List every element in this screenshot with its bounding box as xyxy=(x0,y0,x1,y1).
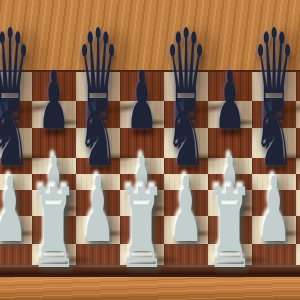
white-rook-glyph: ♜ xyxy=(30,174,78,285)
chessboard-3d-scene: ♛♛♛♛♟♟♟♟♞♞♞♞♟♟♟♟♟♟♟♟♜♜♜♜ xyxy=(0,0,300,300)
square-h8[interactable] xyxy=(296,72,300,101)
black-pawn-glyph: ♟ xyxy=(38,61,69,141)
black-pawn-glyph: ♟ xyxy=(214,61,245,141)
white-pawn-glyph: ♟ xyxy=(257,164,291,254)
white-pawn-glyph: ♟ xyxy=(81,164,115,254)
white-rook-glyph: ♜ xyxy=(118,174,166,285)
white-pawn-glyph: ♟ xyxy=(169,164,203,254)
white-rook-glyph: ♜ xyxy=(206,174,254,285)
white-pawn-glyph: ♟ xyxy=(0,164,27,254)
white-rook-glyph: ♜ xyxy=(294,174,300,285)
black-pawn-glyph: ♟ xyxy=(126,61,157,141)
